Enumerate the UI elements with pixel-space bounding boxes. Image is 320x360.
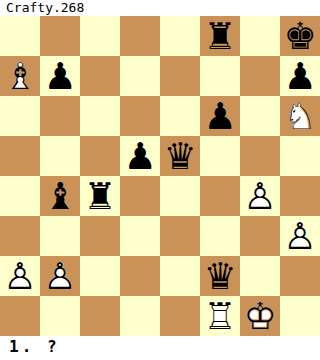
square-a1[interactable] bbox=[0, 296, 40, 336]
square-a6[interactable] bbox=[0, 96, 40, 136]
square-c4[interactable]: ♜ bbox=[80, 176, 120, 216]
xboard-window: Crafty.268 ♜♚♝♗♟♟♟♞♘♟♛♝♜♟♙♟♙♟♙♟♙♛♜♖♚♔ 1.… bbox=[0, 0, 320, 360]
square-g2[interactable] bbox=[240, 256, 280, 296]
square-h6[interactable]: ♞♘ bbox=[280, 96, 320, 136]
square-e2[interactable] bbox=[160, 256, 200, 296]
square-c2[interactable] bbox=[80, 256, 120, 296]
window-title: Crafty.268 bbox=[6, 0, 84, 15]
square-g6[interactable] bbox=[240, 96, 280, 136]
piece-white-pawn[interactable]: ♟♙ bbox=[40, 256, 80, 296]
piece-glyph-outline: ♔ bbox=[240, 296, 280, 336]
square-a2[interactable]: ♟♙ bbox=[0, 256, 40, 296]
piece-glyph: ♝ bbox=[40, 176, 80, 216]
square-d2[interactable] bbox=[120, 256, 160, 296]
square-c3[interactable] bbox=[80, 216, 120, 256]
square-b8[interactable] bbox=[40, 16, 80, 56]
status-bar: 1. ? bbox=[0, 336, 320, 360]
piece-glyph-outline: ♙ bbox=[40, 256, 80, 296]
square-h7[interactable]: ♟ bbox=[280, 56, 320, 96]
square-c8[interactable] bbox=[80, 16, 120, 56]
square-a8[interactable] bbox=[0, 16, 40, 56]
piece-black-bishop[interactable]: ♝ bbox=[40, 176, 80, 216]
piece-glyph-outline: ♙ bbox=[0, 256, 40, 296]
square-e6[interactable] bbox=[160, 96, 200, 136]
piece-glyph: ♚ bbox=[280, 16, 320, 56]
square-a4[interactable] bbox=[0, 176, 40, 216]
piece-black-pawn[interactable]: ♟ bbox=[280, 56, 320, 96]
square-d1[interactable] bbox=[120, 296, 160, 336]
piece-black-pawn[interactable]: ♟ bbox=[120, 136, 160, 176]
square-f8[interactable]: ♜ bbox=[200, 16, 240, 56]
piece-white-pawn[interactable]: ♟♙ bbox=[280, 216, 320, 256]
square-b4[interactable]: ♝ bbox=[40, 176, 80, 216]
square-h3[interactable]: ♟♙ bbox=[280, 216, 320, 256]
piece-black-king[interactable]: ♚ bbox=[280, 16, 320, 56]
square-e8[interactable] bbox=[160, 16, 200, 56]
piece-glyph-outline: ♘ bbox=[280, 96, 320, 136]
piece-black-queen[interactable]: ♛ bbox=[160, 136, 200, 176]
square-h1[interactable] bbox=[280, 296, 320, 336]
square-f1[interactable]: ♜♖ bbox=[200, 296, 240, 336]
piece-glyph: ♛ bbox=[160, 136, 200, 176]
piece-glyph-outline: ♙ bbox=[280, 216, 320, 256]
piece-glyph: ♟ bbox=[200, 96, 240, 136]
piece-black-pawn[interactable]: ♟ bbox=[40, 56, 80, 96]
square-f4[interactable] bbox=[200, 176, 240, 216]
square-e4[interactable] bbox=[160, 176, 200, 216]
square-b6[interactable] bbox=[40, 96, 80, 136]
square-g5[interactable] bbox=[240, 136, 280, 176]
piece-glyph: ♜ bbox=[200, 16, 240, 56]
square-f2[interactable]: ♛ bbox=[200, 256, 240, 296]
square-g4[interactable]: ♟♙ bbox=[240, 176, 280, 216]
square-c5[interactable] bbox=[80, 136, 120, 176]
square-b7[interactable]: ♟ bbox=[40, 56, 80, 96]
piece-white-knight[interactable]: ♞♘ bbox=[280, 96, 320, 136]
square-c6[interactable] bbox=[80, 96, 120, 136]
title-bar: Crafty.268 bbox=[0, 0, 320, 16]
square-c7[interactable] bbox=[80, 56, 120, 96]
square-f6[interactable]: ♟ bbox=[200, 96, 240, 136]
piece-glyph: ♟ bbox=[280, 56, 320, 96]
square-d4[interactable] bbox=[120, 176, 160, 216]
piece-glyph: ♜ bbox=[80, 176, 120, 216]
square-a7[interactable]: ♝♗ bbox=[0, 56, 40, 96]
square-b1[interactable] bbox=[40, 296, 80, 336]
square-d7[interactable] bbox=[120, 56, 160, 96]
piece-white-pawn[interactable]: ♟♙ bbox=[0, 256, 40, 296]
piece-glyph-outline: ♖ bbox=[200, 296, 240, 336]
square-f7[interactable] bbox=[200, 56, 240, 96]
square-b3[interactable] bbox=[40, 216, 80, 256]
square-f3[interactable] bbox=[200, 216, 240, 256]
square-d5[interactable]: ♟ bbox=[120, 136, 160, 176]
square-b5[interactable] bbox=[40, 136, 80, 176]
piece-glyph: ♛ bbox=[200, 256, 240, 296]
square-a5[interactable] bbox=[0, 136, 40, 176]
piece-glyph: ♟ bbox=[40, 56, 80, 96]
square-d6[interactable] bbox=[120, 96, 160, 136]
square-e5[interactable]: ♛ bbox=[160, 136, 200, 176]
square-b2[interactable]: ♟♙ bbox=[40, 256, 80, 296]
piece-white-rook[interactable]: ♜♖ bbox=[200, 296, 240, 336]
square-h2[interactable] bbox=[280, 256, 320, 296]
square-g3[interactable] bbox=[240, 216, 280, 256]
piece-glyph: ♟ bbox=[120, 136, 160, 176]
square-g7[interactable] bbox=[240, 56, 280, 96]
square-h5[interactable] bbox=[280, 136, 320, 176]
square-e7[interactable] bbox=[160, 56, 200, 96]
piece-black-queen[interactable]: ♛ bbox=[200, 256, 240, 296]
square-d3[interactable] bbox=[120, 216, 160, 256]
move-prompt: 1. ? bbox=[9, 337, 60, 356]
square-f5[interactable] bbox=[200, 136, 240, 176]
square-d8[interactable] bbox=[120, 16, 160, 56]
square-c1[interactable] bbox=[80, 296, 120, 336]
square-a3[interactable] bbox=[0, 216, 40, 256]
piece-white-bishop[interactable]: ♝♗ bbox=[0, 56, 40, 96]
square-e1[interactable] bbox=[160, 296, 200, 336]
square-g8[interactable] bbox=[240, 16, 280, 56]
chess-board: ♜♚♝♗♟♟♟♞♘♟♛♝♜♟♙♟♙♟♙♟♙♛♜♖♚♔ bbox=[0, 16, 320, 336]
piece-black-rook[interactable]: ♜ bbox=[200, 16, 240, 56]
square-g1[interactable]: ♚♔ bbox=[240, 296, 280, 336]
square-h4[interactable] bbox=[280, 176, 320, 216]
piece-glyph-outline: ♙ bbox=[240, 176, 280, 216]
piece-black-pawn[interactable]: ♟ bbox=[200, 96, 240, 136]
square-h8[interactable]: ♚ bbox=[280, 16, 320, 56]
square-e3[interactable] bbox=[160, 216, 200, 256]
piece-white-king[interactable]: ♚♔ bbox=[240, 296, 280, 336]
piece-glyph-outline: ♗ bbox=[0, 56, 40, 96]
piece-white-pawn[interactable]: ♟♙ bbox=[240, 176, 280, 216]
piece-black-rook[interactable]: ♜ bbox=[80, 176, 120, 216]
